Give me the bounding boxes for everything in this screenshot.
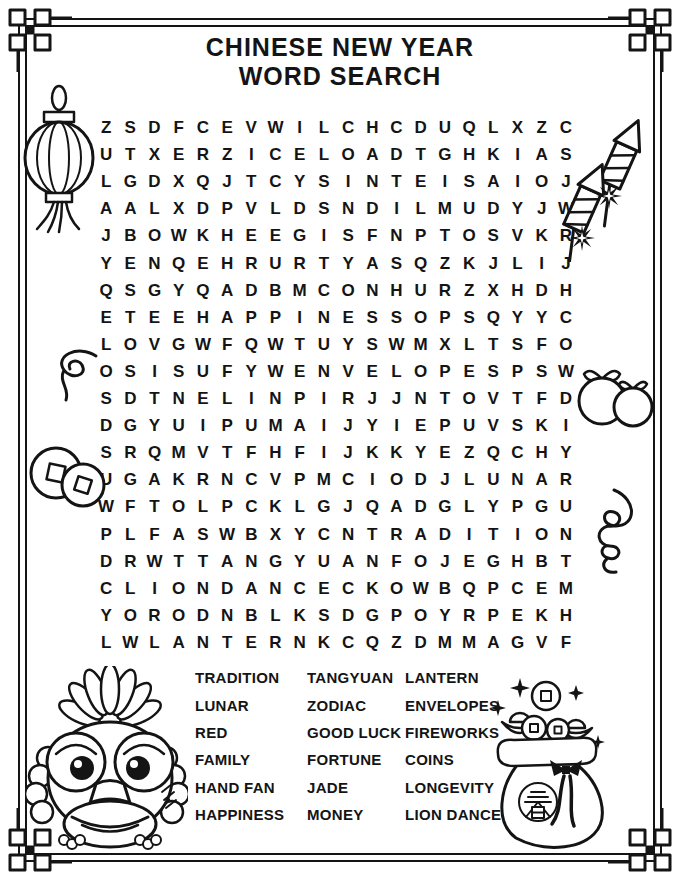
grid-cell-r3c9[interactable]: Y [288,168,312,195]
grid-cell-r7c19[interactable]: D [530,277,554,304]
grid-cell-r18c4[interactable]: O [167,575,191,602]
grid-cell-r5c1[interactable]: J [94,222,118,249]
grid-cell-r15c14[interactable]: D [409,493,433,520]
grid-cell-r16c17[interactable]: T [481,521,505,548]
grid-cell-r17c2[interactable]: R [118,548,142,575]
grid-cell-r19c4[interactable]: O [167,602,191,629]
grid-cell-r3c19[interactable]: O [530,168,554,195]
grid-cell-r8c4[interactable]: E [167,304,191,331]
grid-cell-r15c19[interactable]: G [530,493,554,520]
grid-cell-r8c15[interactable]: P [433,304,457,331]
grid-cell-r2c2[interactable]: T [118,141,142,168]
grid-cell-r15c17[interactable]: Y [481,493,505,520]
grid-cell-r7c3[interactable]: G [142,277,166,304]
grid-cell-r4c10[interactable]: S [312,195,336,222]
grid-cell-r17c9[interactable]: Y [288,548,312,575]
grid-cell-r20c13[interactable]: Z [384,629,408,656]
grid-cell-r17c4[interactable]: T [167,548,191,575]
grid-cell-r8c6[interactable]: A [215,304,239,331]
grid-cell-r19c8[interactable]: L [263,602,287,629]
grid-cell-r13c3[interactable]: Q [142,439,166,466]
grid-cell-r19c18[interactable]: E [505,602,529,629]
grid-cell-r17c10[interactable]: U [312,548,336,575]
grid-cell-r15c8[interactable]: K [263,493,287,520]
grid-cell-r4c3[interactable]: L [142,195,166,222]
grid-cell-r19c7[interactable]: B [239,602,263,629]
grid-cell-r14c16[interactable]: L [457,466,481,493]
grid-cell-r10c2[interactable]: S [118,358,142,385]
grid-cell-r8c3[interactable]: E [142,304,166,331]
grid-cell-r3c15[interactable]: I [433,168,457,195]
grid-cell-r16c7[interactable]: B [239,521,263,548]
grid-cell-r3c4[interactable]: X [167,168,191,195]
grid-cell-r12c20[interactable]: I [554,412,578,439]
grid-cell-r6c6[interactable]: H [215,250,239,277]
grid-cell-r12c4[interactable]: U [167,412,191,439]
grid-cell-r14c15[interactable]: J [433,466,457,493]
grid-cell-r10c14[interactable]: O [409,358,433,385]
grid-cell-r16c15[interactable]: D [433,521,457,548]
grid-cell-r8c2[interactable]: T [118,304,142,331]
grid-cell-r5c6[interactable]: H [215,222,239,249]
grid-cell-r20c14[interactable]: D [409,629,433,656]
grid-cell-r14c2[interactable]: G [118,466,142,493]
grid-cell-r17c5[interactable]: T [191,548,215,575]
grid-cell-r20c4[interactable]: A [167,629,191,656]
grid-cell-r15c16[interactable]: L [457,493,481,520]
grid-cell-r5c3[interactable]: O [142,222,166,249]
grid-cell-r5c8[interactable]: E [263,222,287,249]
grid-cell-r5c17[interactable]: S [481,222,505,249]
grid-cell-r2c17[interactable]: K [481,141,505,168]
grid-cell-r17c13[interactable]: F [384,548,408,575]
grid-cell-r13c12[interactable]: K [360,439,384,466]
grid-cell-r14c4[interactable]: K [167,466,191,493]
grid-cell-r15c6[interactable]: P [215,493,239,520]
grid-cell-r6c4[interactable]: Q [167,250,191,277]
grid-cell-r7c2[interactable]: S [118,277,142,304]
grid-cell-r9c13[interactable]: W [384,331,408,358]
grid-cell-r4c5[interactable]: D [191,195,215,222]
grid-cell-r10c9[interactable]: E [288,358,312,385]
grid-cell-r18c6[interactable]: D [215,575,239,602]
grid-cell-r1c3[interactable]: D [142,114,166,141]
grid-cell-r3c12[interactable]: N [360,168,384,195]
grid-cell-r14c17[interactable]: U [481,466,505,493]
grid-cell-r3c5[interactable]: Q [191,168,215,195]
grid-cell-r10c6[interactable]: F [215,358,239,385]
grid-cell-r17c8[interactable]: G [263,548,287,575]
grid-cell-r4c14[interactable]: L [409,195,433,222]
grid-cell-r15c20[interactable]: U [554,493,578,520]
grid-cell-r6c5[interactable]: E [191,250,215,277]
grid-cell-r6c7[interactable]: R [239,250,263,277]
grid-cell-r10c10[interactable]: N [312,358,336,385]
grid-cell-r5c2[interactable]: B [118,222,142,249]
grid-cell-r13c9[interactable]: F [288,439,312,466]
grid-cell-r1c19[interactable]: Z [530,114,554,141]
grid-cell-r20c3[interactable]: L [142,629,166,656]
grid-cell-r1c11[interactable]: C [336,114,360,141]
grid-cell-r17c17[interactable]: G [481,548,505,575]
grid-cell-r2c16[interactable]: H [457,141,481,168]
grid-cell-r3c17[interactable]: A [481,168,505,195]
grid-cell-r18c12[interactable]: K [360,575,384,602]
grid-cell-r20c9[interactable]: N [288,629,312,656]
grid-cell-r5c5[interactable]: K [191,222,215,249]
grid-cell-r12c11[interactable]: J [336,412,360,439]
grid-cell-r11c4[interactable]: N [167,385,191,412]
grid-cell-r15c13[interactable]: A [384,493,408,520]
grid-cell-r20c17[interactable]: A [481,629,505,656]
grid-cell-r19c2[interactable]: O [118,602,142,629]
grid-cell-r20c2[interactable]: W [118,629,142,656]
grid-cell-r1c18[interactable]: X [505,114,529,141]
grid-cell-r4c7[interactable]: V [239,195,263,222]
grid-cell-r10c4[interactable]: S [167,358,191,385]
grid-cell-r13c20[interactable]: Y [554,439,578,466]
grid-cell-r14c19[interactable]: A [530,466,554,493]
grid-cell-r14c18[interactable]: N [505,466,529,493]
grid-cell-r2c6[interactable]: Z [215,141,239,168]
grid-cell-r9c2[interactable]: O [118,331,142,358]
grid-cell-r20c11[interactable]: C [336,629,360,656]
grid-cell-r5c9[interactable]: G [288,222,312,249]
grid-cell-r4c9[interactable]: D [288,195,312,222]
grid-cell-r2c8[interactable]: C [263,141,287,168]
grid-cell-r10c5[interactable]: U [191,358,215,385]
grid-cell-r16c11[interactable]: N [336,521,360,548]
grid-cell-r19c13[interactable]: P [384,602,408,629]
grid-cell-r8c10[interactable]: N [312,304,336,331]
grid-cell-r7c13[interactable]: H [384,277,408,304]
grid-cell-r6c14[interactable]: Q [409,250,433,277]
grid-cell-r9c12[interactable]: S [360,331,384,358]
grid-cell-r4c2[interactable]: A [118,195,142,222]
grid-cell-r11c6[interactable]: L [215,385,239,412]
grid-cell-r9c9[interactable]: T [288,331,312,358]
grid-cell-r20c19[interactable]: V [530,629,554,656]
grid-cell-r5c14[interactable]: P [409,222,433,249]
grid-cell-r10c3[interactable]: I [142,358,166,385]
grid-cell-r19c16[interactable]: R [457,602,481,629]
grid-cell-r15c4[interactable]: O [167,493,191,520]
grid-cell-r20c8[interactable]: R [263,629,287,656]
grid-cell-r16c2[interactable]: L [118,521,142,548]
grid-cell-r15c3[interactable]: T [142,493,166,520]
grid-cell-r7c1[interactable]: Q [94,277,118,304]
grid-cell-r3c13[interactable]: T [384,168,408,195]
grid-cell-r9c6[interactable]: F [215,331,239,358]
grid-cell-r5c7[interactable]: E [239,222,263,249]
grid-cell-r2c15[interactable]: G [433,141,457,168]
grid-cell-r1c13[interactable]: C [384,114,408,141]
grid-cell-r13c10[interactable]: I [312,439,336,466]
grid-cell-r19c3[interactable]: R [142,602,166,629]
grid-cell-r4c15[interactable]: M [433,195,457,222]
grid-cell-r11c16[interactable]: O [457,385,481,412]
grid-cell-r18c8[interactable]: N [263,575,287,602]
grid-cell-r13c13[interactable]: K [384,439,408,466]
grid-cell-r9c11[interactable]: Y [336,331,360,358]
grid-cell-r8c5[interactable]: H [191,304,215,331]
grid-cell-r20c6[interactable]: T [215,629,239,656]
grid-cell-r12c1[interactable]: D [94,412,118,439]
grid-cell-r6c3[interactable]: N [142,250,166,277]
grid-cell-r17c11[interactable]: A [336,548,360,575]
grid-cell-r10c7[interactable]: Y [239,358,263,385]
grid-cell-r19c14[interactable]: O [409,602,433,629]
grid-cell-r1c17[interactable]: L [481,114,505,141]
grid-cell-r11c2[interactable]: D [118,385,142,412]
grid-cell-r12c7[interactable]: U [239,412,263,439]
grid-cell-r3c14[interactable]: E [409,168,433,195]
grid-cell-r6c9[interactable]: R [288,250,312,277]
grid-cell-r1c4[interactable]: F [167,114,191,141]
grid-cell-r2c12[interactable]: A [360,141,384,168]
grid-cell-r14c9[interactable]: P [288,466,312,493]
grid-cell-r4c17[interactable]: D [481,195,505,222]
grid-cell-r11c17[interactable]: V [481,385,505,412]
grid-cell-r10c11[interactable]: V [336,358,360,385]
grid-cell-r5c13[interactable]: N [384,222,408,249]
grid-cell-r18c17[interactable]: P [481,575,505,602]
grid-cell-r18c15[interactable]: B [433,575,457,602]
grid-cell-r10c16[interactable]: E [457,358,481,385]
grid-cell-r7c18[interactable]: H [505,277,529,304]
grid-cell-r10c17[interactable]: S [481,358,505,385]
grid-cell-r16c13[interactable]: R [384,521,408,548]
grid-cell-r14c10[interactable]: M [312,466,336,493]
grid-cell-r9c7[interactable]: Q [239,331,263,358]
grid-cell-r18c1[interactable]: C [94,575,118,602]
grid-cell-r19c19[interactable]: K [530,602,554,629]
grid-cell-r4c12[interactable]: D [360,195,384,222]
grid-cell-r19c10[interactable]: S [312,602,336,629]
grid-cell-r9c16[interactable]: L [457,331,481,358]
grid-cell-r12c13[interactable]: I [384,412,408,439]
grid-cell-r18c5[interactable]: N [191,575,215,602]
grid-cell-r2c1[interactable]: U [94,141,118,168]
grid-cell-r6c10[interactable]: T [312,250,336,277]
grid-cell-r15c7[interactable]: C [239,493,263,520]
grid-cell-r4c19[interactable]: J [530,195,554,222]
grid-cell-r1c8[interactable]: W [263,114,287,141]
grid-cell-r1c1[interactable]: Z [94,114,118,141]
grid-cell-r3c7[interactable]: T [239,168,263,195]
grid-cell-r2c5[interactable]: R [191,141,215,168]
grid-cell-r11c9[interactable]: P [288,385,312,412]
grid-cell-r12c5[interactable]: I [191,412,215,439]
grid-cell-r10c18[interactable]: P [505,358,529,385]
grid-cell-r12c19[interactable]: K [530,412,554,439]
grid-cell-r13c5[interactable]: V [191,439,215,466]
grid-cell-r12c10[interactable]: I [312,412,336,439]
grid-cell-r19c15[interactable]: Y [433,602,457,629]
grid-cell-r12c12[interactable]: Y [360,412,384,439]
grid-cell-r7c17[interactable]: X [481,277,505,304]
grid-cell-r15c15[interactable]: G [433,493,457,520]
grid-cell-r10c20[interactable]: W [554,358,578,385]
grid-cell-r11c20[interactable]: D [554,385,578,412]
grid-cell-r5c19[interactable]: K [530,222,554,249]
grid-cell-r20c15[interactable]: M [433,629,457,656]
grid-cell-r12c14[interactable]: E [409,412,433,439]
grid-cell-r12c18[interactable]: S [505,412,529,439]
grid-cell-r19c11[interactable]: D [336,602,360,629]
grid-cell-r11c14[interactable]: N [409,385,433,412]
grid-cell-r5c11[interactable]: S [336,222,360,249]
grid-cell-r8c14[interactable]: O [409,304,433,331]
grid-cell-r17c14[interactable]: O [409,548,433,575]
grid-cell-r17c18[interactable]: H [505,548,529,575]
grid-cell-r2c11[interactable]: O [336,141,360,168]
grid-cell-r12c9[interactable]: A [288,412,312,439]
grid-cell-r17c16[interactable]: E [457,548,481,575]
grid-cell-r16c14[interactable]: A [409,521,433,548]
grid-cell-r14c5[interactable]: R [191,466,215,493]
grid-cell-r19c17[interactable]: P [481,602,505,629]
grid-cell-r13c16[interactable]: Z [457,439,481,466]
grid-cell-r12c15[interactable]: P [433,412,457,439]
grid-cell-r4c16[interactable]: U [457,195,481,222]
grid-cell-r18c13[interactable]: O [384,575,408,602]
grid-cell-r4c6[interactable]: P [215,195,239,222]
grid-cell-r16c19[interactable]: O [530,521,554,548]
grid-cell-r17c3[interactable]: W [142,548,166,575]
grid-cell-r6c11[interactable]: Y [336,250,360,277]
grid-cell-r10c8[interactable]: W [263,358,287,385]
grid-cell-r12c16[interactable]: U [457,412,481,439]
grid-cell-r18c11[interactable]: C [336,575,360,602]
grid-cell-r17c7[interactable]: N [239,548,263,575]
grid-cell-r1c16[interactable]: Q [457,114,481,141]
grid-cell-r11c18[interactable]: T [505,385,529,412]
grid-cell-r7c6[interactable]: A [215,277,239,304]
grid-cell-r18c7[interactable]: A [239,575,263,602]
grid-cell-r16c4[interactable]: A [167,521,191,548]
grid-cell-r2c13[interactable]: D [384,141,408,168]
grid-cell-r16c1[interactable]: P [94,521,118,548]
grid-cell-r9c18[interactable]: S [505,331,529,358]
grid-cell-r18c16[interactable]: Q [457,575,481,602]
grid-cell-r10c15[interactable]: P [433,358,457,385]
grid-cell-r3c18[interactable]: I [505,168,529,195]
grid-cell-r18c9[interactable]: C [288,575,312,602]
grid-cell-r1c14[interactable]: D [409,114,433,141]
grid-cell-r4c1[interactable]: A [94,195,118,222]
grid-cell-r20c7[interactable]: E [239,629,263,656]
grid-cell-r14c6[interactable]: N [215,466,239,493]
grid-cell-r9c8[interactable]: W [263,331,287,358]
grid-cell-r11c13[interactable]: J [384,385,408,412]
grid-cell-r9c10[interactable]: U [312,331,336,358]
grid-cell-r2c19[interactable]: A [530,141,554,168]
grid-cell-r10c12[interactable]: E [360,358,384,385]
grid-cell-r9c19[interactable]: F [530,331,554,358]
grid-cell-r7c11[interactable]: O [336,277,360,304]
grid-cell-r1c5[interactable]: C [191,114,215,141]
grid-cell-r16c9[interactable]: Y [288,521,312,548]
grid-cell-r6c1[interactable]: Y [94,250,118,277]
grid-cell-r6c2[interactable]: E [118,250,142,277]
grid-cell-r6c8[interactable]: U [263,250,287,277]
grid-cell-r8c17[interactable]: Q [481,304,505,331]
grid-cell-r11c12[interactable]: J [360,385,384,412]
grid-cell-r14c11[interactable]: C [336,466,360,493]
grid-cell-r9c14[interactable]: M [409,331,433,358]
grid-cell-r1c10[interactable]: L [312,114,336,141]
grid-cell-r15c9[interactable]: L [288,493,312,520]
grid-cell-r15c10[interactable]: G [312,493,336,520]
grid-cell-r19c6[interactable]: N [215,602,239,629]
grid-cell-r19c12[interactable]: G [360,602,384,629]
grid-cell-r19c1[interactable]: Y [94,602,118,629]
grid-cell-r20c1[interactable]: L [94,629,118,656]
grid-cell-r14c20[interactable]: R [554,466,578,493]
grid-cell-r16c16[interactable]: I [457,521,481,548]
grid-cell-r9c3[interactable]: V [142,331,166,358]
grid-cell-r8c8[interactable]: P [263,304,287,331]
grid-cell-r2c4[interactable]: E [167,141,191,168]
grid-cell-r15c11[interactable]: J [336,493,360,520]
grid-cell-r6c13[interactable]: S [384,250,408,277]
grid-cell-r11c5[interactable]: E [191,385,215,412]
grid-cell-r15c2[interactable]: F [118,493,142,520]
grid-cell-r2c14[interactable]: T [409,141,433,168]
grid-cell-r17c1[interactable]: D [94,548,118,575]
grid-cell-r1c15[interactable]: U [433,114,457,141]
grid-cell-r18c18[interactable]: C [505,575,529,602]
grid-cell-r10c19[interactable]: S [530,358,554,385]
grid-cell-r6c17[interactable]: J [481,250,505,277]
grid-cell-r13c19[interactable]: H [530,439,554,466]
grid-cell-r14c13[interactable]: O [384,466,408,493]
grid-cell-r3c6[interactable]: J [215,168,239,195]
grid-cell-r13c15[interactable]: E [433,439,457,466]
grid-cell-r1c6[interactable]: E [215,114,239,141]
grid-cell-r20c18[interactable]: G [505,629,529,656]
grid-cell-r16c18[interactable]: I [505,521,529,548]
grid-cell-r4c4[interactable]: X [167,195,191,222]
grid-cell-r8c20[interactable]: C [554,304,578,331]
grid-cell-r2c7[interactable]: I [239,141,263,168]
grid-cell-r12c8[interactable]: M [263,412,287,439]
grid-cell-r8c18[interactable]: Y [505,304,529,331]
grid-cell-r8c11[interactable]: E [336,304,360,331]
grid-cell-r13c4[interactable]: M [167,439,191,466]
grid-cell-r20c10[interactable]: K [312,629,336,656]
grid-cell-r13c2[interactable]: R [118,439,142,466]
grid-cell-r8c9[interactable]: I [288,304,312,331]
grid-cell-r5c18[interactable]: V [505,222,529,249]
grid-cell-r15c18[interactable]: P [505,493,529,520]
grid-cell-r11c3[interactable]: T [142,385,166,412]
grid-cell-r18c14[interactable]: W [409,575,433,602]
grid-cell-r13c6[interactable]: T [215,439,239,466]
grid-cell-r20c12[interactable]: Q [360,629,384,656]
grid-cell-r8c13[interactable]: S [384,304,408,331]
grid-cell-r18c10[interactable]: E [312,575,336,602]
grid-cell-r13c11[interactable]: J [336,439,360,466]
grid-cell-r7c14[interactable]: U [409,277,433,304]
grid-cell-r17c19[interactable]: B [530,548,554,575]
grid-cell-r16c10[interactable]: C [312,521,336,548]
grid-cell-r11c8[interactable]: N [263,385,287,412]
grid-cell-r14c8[interactable]: V [263,466,287,493]
grid-cell-r11c15[interactable]: T [433,385,457,412]
grid-cell-r2c9[interactable]: E [288,141,312,168]
